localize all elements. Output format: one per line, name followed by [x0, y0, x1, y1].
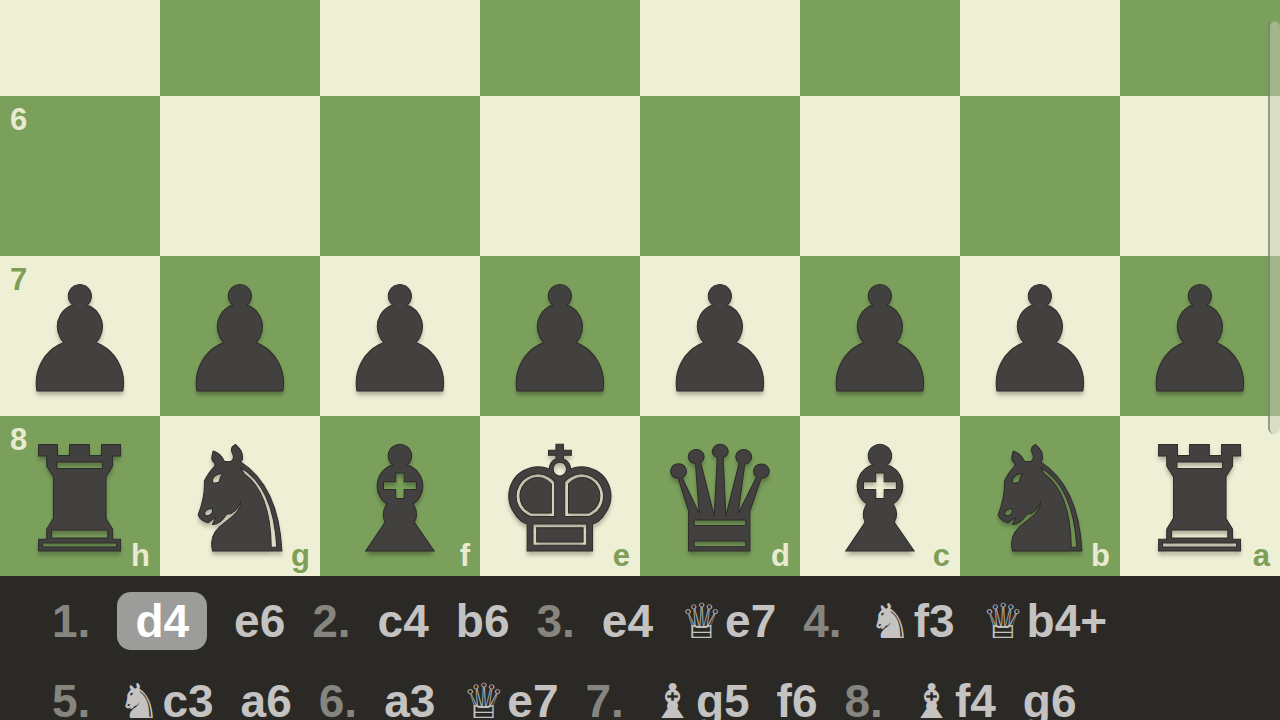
move-number: 5. [52, 678, 90, 720]
square-b5[interactable] [960, 0, 1120, 96]
square-a6[interactable] [1120, 96, 1280, 256]
black-pawn: ♟ [640, 260, 800, 420]
square-e6[interactable] [480, 96, 640, 256]
square-d6[interactable] [640, 96, 800, 256]
move[interactable]: f6 [777, 678, 818, 720]
black-pawn: ♟ [800, 260, 960, 420]
square-c5[interactable] [800, 0, 960, 96]
app-screen: 67♟♟♟♟♟♟♟♟8h♜g♞f♝e♚d♛c♝b♞a♜ 1.d4e62.c4b6… [0, 0, 1280, 720]
scrollbar-thumb[interactable] [1268, 21, 1280, 434]
square-b7[interactable]: ♟ [960, 256, 1120, 416]
black-pawn: ♟ [160, 260, 320, 420]
figurine-icon: ♞ [117, 677, 160, 720]
square-f8[interactable]: f♝ [320, 416, 480, 576]
square-f7[interactable]: ♟ [320, 256, 480, 416]
figurine-icon: ♕ [680, 597, 723, 645]
square-b6[interactable] [960, 96, 1120, 256]
square-f5[interactable] [320, 0, 480, 96]
square-g6[interactable] [160, 96, 320, 256]
square-d5[interactable] [640, 0, 800, 96]
square-g5[interactable] [160, 0, 320, 96]
move[interactable]: ♕b4+ [982, 597, 1108, 645]
black-pawn: ♟ [1120, 260, 1280, 420]
black-bishop: ♝ [320, 420, 480, 580]
square-a7[interactable]: ♟ [1120, 256, 1280, 416]
figurine-icon: ♞ [869, 597, 912, 645]
move[interactable]: ♝f4 [910, 677, 996, 720]
square-e8[interactable]: e♚ [480, 416, 640, 576]
black-pawn: ♟ [0, 260, 160, 420]
square-g7[interactable]: ♟ [160, 256, 320, 416]
square-h8[interactable]: 8h♜ [0, 416, 160, 576]
move[interactable]: ♕e7 [462, 677, 558, 720]
move-current[interactable]: d4 [117, 592, 207, 650]
square-b8[interactable]: b♞ [960, 416, 1120, 576]
move-number: 3. [536, 598, 574, 644]
move-line-1: 1.d4e62.c4b63.e4♕e74.♞f3♕b4+ [52, 588, 1280, 654]
black-queen: ♛ [640, 420, 800, 580]
move-list: 1.d4e62.c4b63.e4♕e74.♞f3♕b4+5.♞c3a66.a3♕… [0, 576, 1280, 720]
move-number: 6. [319, 678, 357, 720]
figurine-icon: ♝ [910, 677, 953, 720]
black-bishop: ♝ [800, 420, 960, 580]
square-e5[interactable] [480, 0, 640, 96]
move-line-2: 5.♞c3a66.a3♕e77.♝g5f68.♝f4g6 [52, 668, 1280, 720]
move[interactable]: ♞f3 [869, 597, 955, 645]
black-pawn: ♟ [320, 260, 480, 420]
chess-board: 67♟♟♟♟♟♟♟♟8h♜g♞f♝e♚d♛c♝b♞a♜ [0, 0, 1280, 576]
move[interactable]: ♕e7 [680, 597, 776, 645]
black-king: ♚ [480, 420, 640, 580]
move[interactable]: a3 [384, 678, 435, 720]
move[interactable]: b6 [456, 598, 510, 644]
move-number: 8. [845, 678, 883, 720]
square-c8[interactable]: c♝ [800, 416, 960, 576]
move[interactable]: a6 [241, 678, 292, 720]
square-d8[interactable]: d♛ [640, 416, 800, 576]
square-h5[interactable] [0, 0, 160, 96]
figurine-icon: ♝ [651, 677, 694, 720]
square-c6[interactable] [800, 96, 960, 256]
move[interactable]: ♝g5 [651, 677, 750, 720]
square-g8[interactable]: g♞ [160, 416, 320, 576]
square-d7[interactable]: ♟ [640, 256, 800, 416]
rank-label-6: 6 [10, 102, 27, 138]
black-knight: ♞ [960, 420, 1120, 580]
square-a8[interactable]: a♜ [1120, 416, 1280, 576]
square-h6[interactable]: 6 [0, 96, 160, 256]
black-pawn: ♟ [960, 260, 1120, 420]
figurine-icon: ♕ [462, 677, 505, 720]
move[interactable]: ♞c3 [117, 677, 213, 720]
move-number: 2. [312, 598, 350, 644]
move[interactable]: g6 [1023, 678, 1077, 720]
square-e7[interactable]: ♟ [480, 256, 640, 416]
move[interactable]: c4 [378, 598, 429, 644]
black-pawn: ♟ [480, 260, 640, 420]
square-f6[interactable] [320, 96, 480, 256]
square-a5[interactable] [1120, 0, 1280, 96]
move-number: 7. [586, 678, 624, 720]
move[interactable]: e6 [234, 598, 285, 644]
black-rook: ♜ [1120, 420, 1280, 580]
move-number: 4. [803, 598, 841, 644]
black-knight: ♞ [160, 420, 320, 580]
square-h7[interactable]: 7♟ [0, 256, 160, 416]
move[interactable]: e4 [602, 598, 653, 644]
figurine-icon: ♕ [982, 597, 1025, 645]
square-c7[interactable]: ♟ [800, 256, 960, 416]
black-rook: ♜ [0, 420, 160, 580]
move-number: 1. [52, 598, 90, 644]
